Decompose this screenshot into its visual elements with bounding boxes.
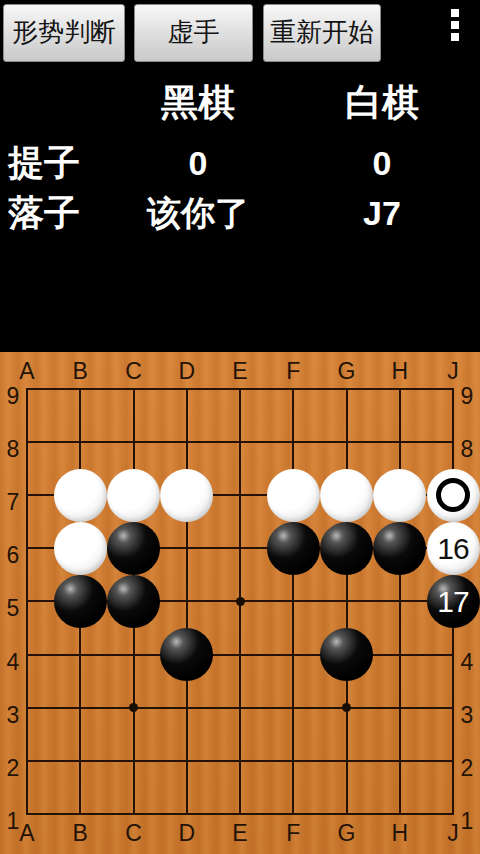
toolbar: 形势判断 虚手 重新开始 — [0, 0, 480, 66]
coord-letter-bottom: B — [68, 820, 92, 846]
coord-letter-bottom: F — [281, 820, 305, 846]
coord-letter-top: J — [441, 358, 465, 384]
coord-number-left: 5 — [2, 595, 24, 621]
black-stone-B5[interactable] — [54, 575, 107, 628]
pass-button[interactable]: 虚手 — [134, 4, 253, 62]
white-stone-F7[interactable] — [267, 469, 320, 522]
coord-number-left: 8 — [2, 436, 24, 462]
grid-hline — [26, 707, 454, 709]
coord-number-left: 9 — [2, 383, 24, 409]
overflow-menu-icon[interactable] — [451, 9, 459, 45]
restart-button[interactable]: 重新开始 — [263, 4, 381, 62]
coord-letter-top: B — [68, 358, 92, 384]
coord-number-right: 1 — [456, 808, 478, 834]
coord-letter-top: C — [122, 358, 146, 384]
black-stone-G6[interactable] — [320, 522, 373, 575]
black-stone-H6[interactable] — [373, 522, 426, 575]
last-move-marker — [436, 478, 470, 512]
coord-number-left: 1 — [2, 808, 24, 834]
coord-number-right: 3 — [456, 702, 478, 728]
status-panel: 黑棋 白棋 提子 0 0 落子 该你了 J7 — [0, 78, 480, 238]
grid-vline — [399, 388, 401, 815]
coord-number-left: 2 — [2, 755, 24, 781]
star-point — [129, 703, 138, 712]
coord-letter-top: G — [335, 358, 359, 384]
status-header-row: 黑棋 白棋 — [0, 78, 480, 128]
coord-letter-top: A — [15, 358, 39, 384]
coord-letter-top: D — [175, 358, 199, 384]
coord-letter-bottom: H — [388, 820, 412, 846]
white-player-header: 白棋 — [284, 78, 480, 128]
white-stone-H7[interactable] — [373, 469, 426, 522]
menu-dot — [451, 33, 459, 41]
coord-number-right: 4 — [456, 649, 478, 675]
coord-letter-bottom: G — [335, 820, 359, 846]
white-captures-value: 0 — [284, 138, 480, 188]
black-stone-D4[interactable] — [160, 628, 213, 681]
coord-number-right: 8 — [456, 436, 478, 462]
white-stone-D7[interactable] — [160, 469, 213, 522]
white-stone-C7[interactable] — [107, 469, 160, 522]
coord-number-left: 6 — [2, 542, 24, 568]
move-number-label: 17 — [427, 575, 480, 628]
white-stone-B7[interactable] — [54, 469, 107, 522]
coord-number-right: 2 — [456, 755, 478, 781]
grid-hline — [26, 760, 454, 762]
captures-label: 提子 — [0, 138, 112, 188]
black-stone-G4[interactable] — [320, 628, 373, 681]
black-stone-F6[interactable] — [267, 522, 320, 575]
black-stone-C5[interactable] — [107, 575, 160, 628]
black-move-status: 该你了 — [112, 188, 284, 238]
white-stone-B6[interactable] — [54, 522, 107, 575]
move-number-label: 16 — [427, 522, 480, 575]
situation-judge-button[interactable]: 形势判断 — [3, 4, 125, 62]
menu-dot — [451, 21, 459, 29]
status-header-spacer — [0, 78, 112, 128]
captures-row: 提子 0 0 — [0, 138, 480, 188]
grid-vline — [292, 388, 294, 815]
go-board[interactable]: AABBCCDDEEFFGGHHJJ9988776655443322111617 — [0, 352, 480, 854]
black-player-header: 黑棋 — [112, 78, 284, 128]
app-screen: 形势判断 虚手 重新开始 黑棋 白棋 提子 0 0 落子 该你了 J7 AABB… — [0, 0, 480, 854]
coord-letter-top: H — [388, 358, 412, 384]
white-last-move: J7 — [284, 188, 480, 238]
black-stone-C6[interactable] — [107, 522, 160, 575]
black-captures-value: 0 — [112, 138, 284, 188]
grid-hline — [26, 654, 454, 656]
coord-number-right: 9 — [456, 383, 478, 409]
coord-number-left: 4 — [2, 649, 24, 675]
coord-number-left: 7 — [2, 489, 24, 515]
grid-hline — [26, 813, 454, 815]
menu-dot — [451, 9, 459, 17]
move-label: 落子 — [0, 188, 112, 238]
star-point — [236, 597, 245, 606]
coord-letter-bottom: E — [228, 820, 252, 846]
coord-letter-bottom: D — [175, 820, 199, 846]
star-point — [342, 703, 351, 712]
coord-letter-top: E — [228, 358, 252, 384]
grid-vline — [346, 388, 348, 815]
coord-letter-top: F — [281, 358, 305, 384]
move-row: 落子 该你了 J7 — [0, 188, 480, 238]
white-stone-G7[interactable] — [320, 469, 373, 522]
coord-letter-bottom: C — [122, 820, 146, 846]
coord-number-left: 3 — [2, 702, 24, 728]
